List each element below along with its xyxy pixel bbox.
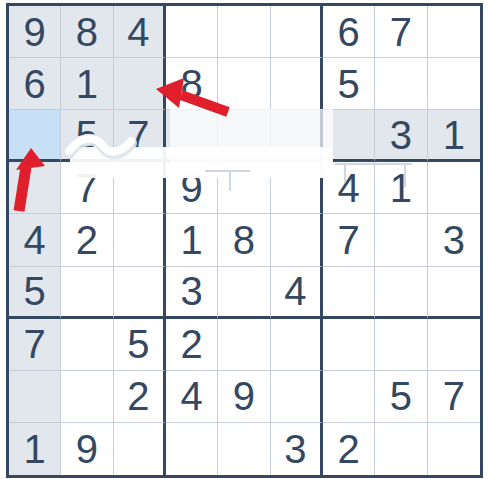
cell-r5c4[interactable]: 1 bbox=[166, 214, 218, 266]
cell-r5c6[interactable] bbox=[271, 214, 323, 266]
cell-r7c8[interactable] bbox=[375, 319, 427, 371]
cell-r7c1[interactable]: 7 bbox=[9, 319, 61, 371]
sudoku-screen: 98467618557317941421873534752249571932 bbox=[0, 0, 488, 479]
cell-r3c4[interactable] bbox=[166, 110, 218, 162]
cell-r9c6[interactable]: 3 bbox=[271, 423, 323, 475]
cell-r1c2[interactable]: 8 bbox=[61, 6, 113, 58]
cell-r1c1[interactable]: 9 bbox=[9, 6, 61, 58]
cell-r3c1[interactable] bbox=[9, 110, 61, 162]
cell-r9c1[interactable]: 1 bbox=[9, 423, 61, 475]
cell-r5c7[interactable]: 7 bbox=[323, 214, 375, 266]
cell-r6c4[interactable]: 3 bbox=[166, 267, 218, 319]
cell-r8c2[interactable] bbox=[61, 371, 113, 423]
cell-r5c3[interactable] bbox=[114, 214, 166, 266]
cell-r5c8[interactable] bbox=[375, 214, 427, 266]
cell-r1c3[interactable]: 4 bbox=[114, 6, 166, 58]
cell-r8c3[interactable]: 2 bbox=[114, 371, 166, 423]
cell-r4c9[interactable] bbox=[428, 162, 480, 214]
cell-r7c7[interactable] bbox=[323, 319, 375, 371]
cell-r1c6[interactable] bbox=[271, 6, 323, 58]
cell-r5c9[interactable]: 3 bbox=[428, 214, 480, 266]
cell-r9c8[interactable] bbox=[375, 423, 427, 475]
cell-r3c2[interactable]: 5 bbox=[61, 110, 113, 162]
cell-r9c4[interactable] bbox=[166, 423, 218, 475]
cell-r9c2[interactable]: 9 bbox=[61, 423, 113, 475]
cell-r6c6[interactable]: 4 bbox=[271, 267, 323, 319]
cell-r2c9[interactable] bbox=[428, 58, 480, 110]
cell-r2c3[interactable] bbox=[114, 58, 166, 110]
cell-r7c6[interactable] bbox=[271, 319, 323, 371]
cell-r4c4[interactable]: 9 bbox=[166, 162, 218, 214]
cell-r6c3[interactable] bbox=[114, 267, 166, 319]
cell-r1c4[interactable] bbox=[166, 6, 218, 58]
cell-r2c6[interactable] bbox=[271, 58, 323, 110]
cell-r4c2[interactable]: 7 bbox=[61, 162, 113, 214]
cell-r8c1[interactable] bbox=[9, 371, 61, 423]
cell-r2c7[interactable]: 5 bbox=[323, 58, 375, 110]
cell-r2c5[interactable] bbox=[218, 58, 270, 110]
cell-r1c8[interactable]: 7 bbox=[375, 6, 427, 58]
cell-r6c2[interactable] bbox=[61, 267, 113, 319]
cell-r9c3[interactable] bbox=[114, 423, 166, 475]
cell-r4c8[interactable]: 1 bbox=[375, 162, 427, 214]
cell-r6c8[interactable] bbox=[375, 267, 427, 319]
cell-r9c7[interactable]: 2 bbox=[323, 423, 375, 475]
cell-r4c3[interactable] bbox=[114, 162, 166, 214]
cell-r3c9[interactable]: 1 bbox=[428, 110, 480, 162]
cell-r9c9[interactable] bbox=[428, 423, 480, 475]
cell-r4c5[interactable] bbox=[218, 162, 270, 214]
cell-r8c4[interactable]: 4 bbox=[166, 371, 218, 423]
cell-r6c1[interactable]: 5 bbox=[9, 267, 61, 319]
cell-r8c8[interactable]: 5 bbox=[375, 371, 427, 423]
cell-r3c6[interactable] bbox=[271, 110, 323, 162]
cell-r8c5[interactable]: 9 bbox=[218, 371, 270, 423]
cell-r7c5[interactable] bbox=[218, 319, 270, 371]
cell-r2c2[interactable]: 1 bbox=[61, 58, 113, 110]
cell-r8c6[interactable] bbox=[271, 371, 323, 423]
cell-r4c6[interactable] bbox=[271, 162, 323, 214]
cell-r6c9[interactable] bbox=[428, 267, 480, 319]
cell-r3c8[interactable]: 3 bbox=[375, 110, 427, 162]
cell-r3c5[interactable] bbox=[218, 110, 270, 162]
sudoku-board: 98467618557317941421873534752249571932 bbox=[6, 3, 483, 478]
cell-r4c1[interactable] bbox=[9, 162, 61, 214]
cell-r1c5[interactable] bbox=[218, 6, 270, 58]
cell-r7c3[interactable]: 5 bbox=[114, 319, 166, 371]
cell-r8c7[interactable] bbox=[323, 371, 375, 423]
cell-r1c9[interactable] bbox=[428, 6, 480, 58]
cell-r1c7[interactable]: 6 bbox=[323, 6, 375, 58]
cell-r5c5[interactable]: 8 bbox=[218, 214, 270, 266]
cell-r9c5[interactable] bbox=[218, 423, 270, 475]
cell-r6c7[interactable] bbox=[323, 267, 375, 319]
cell-r2c4[interactable]: 8 bbox=[166, 58, 218, 110]
cell-r7c9[interactable] bbox=[428, 319, 480, 371]
cell-r2c1[interactable]: 6 bbox=[9, 58, 61, 110]
cell-r7c4[interactable]: 2 bbox=[166, 319, 218, 371]
cell-r5c1[interactable]: 4 bbox=[9, 214, 61, 266]
cell-r3c3[interactable]: 7 bbox=[114, 110, 166, 162]
cell-r3c7[interactable] bbox=[323, 110, 375, 162]
cell-r5c2[interactable]: 2 bbox=[61, 214, 113, 266]
cell-r6c5[interactable] bbox=[218, 267, 270, 319]
cell-r7c2[interactable] bbox=[61, 319, 113, 371]
cell-r4c7[interactable]: 4 bbox=[323, 162, 375, 214]
cell-r2c8[interactable] bbox=[375, 58, 427, 110]
cell-r8c9[interactable]: 7 bbox=[428, 371, 480, 423]
